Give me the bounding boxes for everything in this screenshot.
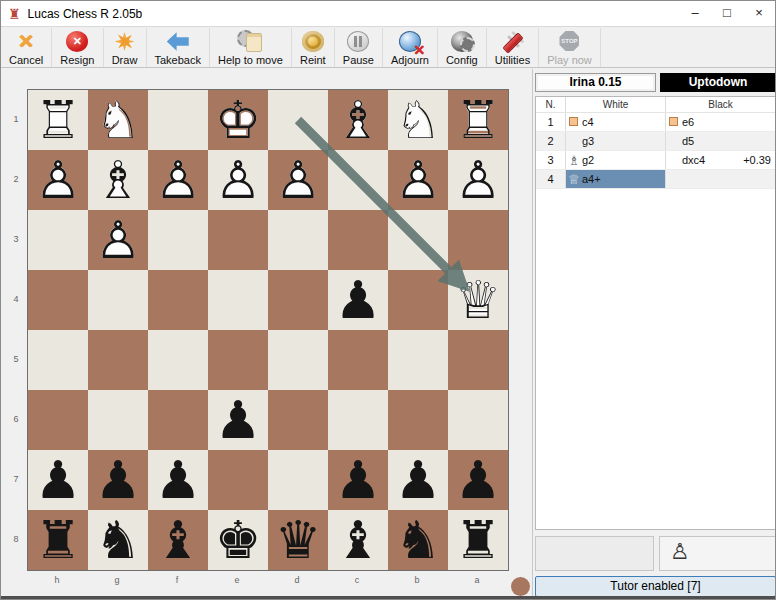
black-pawn-piece: ♟ [28, 450, 88, 510]
square-h8[interactable]: ♜ [28, 510, 88, 570]
square-f5[interactable] [148, 330, 208, 390]
square-h2[interactable]: ♟♙ [28, 150, 88, 210]
square-e8[interactable]: ♚ [208, 510, 268, 570]
square-h3[interactable] [28, 210, 88, 270]
move-cell-3-white[interactable]: ♗g2 [566, 151, 666, 169]
square-b5[interactable] [388, 330, 448, 390]
rank-label-1: 1 [8, 89, 24, 149]
square-h1[interactable]: ♜♖ [28, 90, 88, 150]
rank-label-5: 5 [8, 329, 24, 389]
square-a5[interactable] [448, 330, 508, 390]
square-d1[interactable] [268, 90, 328, 150]
config-button[interactable]: Config [438, 28, 487, 67]
square-e4[interactable] [208, 270, 268, 330]
black-bishop-piece: ♝ [148, 510, 208, 570]
window-title: Lucas Chess R 2.05b [28, 7, 143, 21]
white-pawn-piece: ♟ [208, 150, 268, 210]
toolbar: CancelResignDrawTakebackHelp to moveRein… [1, 28, 775, 68]
pause-icon [345, 29, 371, 54]
square-c2[interactable] [328, 150, 388, 210]
square-g7[interactable]: ♟ [88, 450, 148, 510]
move-row-4: 4♕a4+ [536, 170, 775, 189]
draw-button[interactable]: Draw [104, 28, 147, 67]
chess-board: ♜♖♞♘♚♔♝♗♞♘♜♖♟♙♝♗♟♙♟♙♟♙♟♙♟♙♟♙♟♛♕♟♟♟♟♟♟♟♜♞… [27, 89, 509, 571]
move-number: 4 [536, 170, 566, 188]
white-rook-piece: ♜ [448, 90, 508, 150]
playnow-button: Play now [539, 28, 601, 67]
square-b3[interactable] [388, 210, 448, 270]
file-label-d: d [267, 571, 327, 589]
white-pawn-outline: ♙ [448, 150, 508, 210]
white-pawn-piece: ♟ [268, 150, 328, 210]
white-knight-outline: ♘ [388, 90, 448, 150]
square-d7[interactable] [268, 450, 328, 510]
white-pawn-outline: ♙ [388, 150, 448, 210]
white-pawn-piece: ♟ [448, 150, 508, 210]
square-h4[interactable] [28, 270, 88, 330]
move-text: c4 [582, 116, 594, 128]
square-h5[interactable] [28, 330, 88, 390]
square-e3[interactable] [208, 210, 268, 270]
square-b4[interactable] [388, 270, 448, 330]
square-a1[interactable]: ♜♖ [448, 90, 508, 150]
white-pawn-piece: ♟ [388, 150, 448, 210]
side-indicator-box: ♙ [659, 536, 776, 571]
queen-figurine-icon: ♕ [568, 170, 580, 189]
white-queen-outline: ♕ [448, 270, 508, 330]
draw-icon [112, 29, 138, 54]
move-text: e6 [682, 116, 694, 128]
rank-label-8: 8 [8, 509, 24, 569]
white-pawn-outline: ♙ [148, 150, 208, 210]
move-row-3: 3♗g2dxc4+0.39 [536, 151, 775, 170]
square-c3[interactable] [328, 210, 388, 270]
move-cell-2-black[interactable]: d5 [666, 132, 775, 150]
white-rook-piece: ♜ [28, 90, 88, 150]
bishop-figurine-icon: ♗ [568, 151, 580, 170]
right-pane: Irina 0.15 Uptodown N. White Black 1c4e6… [532, 69, 776, 598]
eval-value: +0.39 [743, 151, 771, 170]
file-label-c: c [327, 571, 387, 589]
square-d8[interactable]: ♛ [268, 510, 328, 570]
window-controls: – □ × [679, 1, 775, 27]
board-pane: 12345678 ♜♖♞♘♚♔♝♗♞♘♜♖♟♙♝♗♟♙♟♙♟♙♟♙♟♙♟♙♟♛♕… [2, 69, 532, 598]
square-e2[interactable]: ♟♙ [208, 150, 268, 210]
move-text: dxc4 [682, 154, 705, 166]
move-number: 2 [536, 132, 566, 150]
move-cell-4-white[interactable]: ♕a4+ [566, 170, 666, 188]
square-c7[interactable]: ♟ [328, 450, 388, 510]
main-content: 12345678 ♜♖♞♘♚♔♝♗♞♘♜♖♟♙♝♗♟♙♟♙♟♙♟♙♟♙♟♙♟♛♕… [2, 69, 776, 598]
reint-button[interactable]: Reint [292, 28, 335, 67]
black-rook-piece: ♜ [448, 510, 508, 570]
square-f4[interactable] [148, 270, 208, 330]
square-g1[interactable]: ♞♘ [88, 90, 148, 150]
square-c6[interactable] [328, 390, 388, 450]
bottom-window-edge [1, 596, 775, 599]
file-label-f: f [147, 571, 207, 589]
white-king-outline: ♔ [208, 90, 268, 150]
white-pawn-piece: ♟ [88, 210, 148, 270]
square-a2[interactable]: ♟♙ [448, 150, 508, 210]
white-player-name: Irina 0.15 [535, 73, 656, 92]
move-text: a4+ [582, 173, 601, 185]
white-clock-box [535, 536, 654, 571]
square-f8[interactable]: ♝ [148, 510, 208, 570]
white-bishop-outline: ♗ [88, 150, 148, 210]
black-pawn-piece: ♟ [448, 450, 508, 510]
close-button[interactable]: × [743, 1, 775, 27]
moves-header-number: N. [536, 97, 566, 112]
move-text: g3 [582, 135, 594, 147]
black-knight-piece: ♞ [88, 510, 148, 570]
square-a6[interactable] [448, 390, 508, 450]
white-pawn-piece: ♟ [148, 150, 208, 210]
utilities-button[interactable]: Utilities [487, 28, 539, 67]
move-cell-3-black[interactable]: dxc4+0.39 [666, 151, 775, 169]
move-cell-1-white[interactable]: c4 [566, 113, 666, 131]
white-king-piece: ♚ [208, 90, 268, 150]
black-king-piece: ♚ [208, 510, 268, 570]
move-text: g2 [582, 154, 594, 166]
pause-button[interactable]: Pause [335, 28, 383, 67]
takeback-button[interactable]: Takeback [147, 28, 210, 67]
file-label-a: a [447, 571, 507, 589]
white-pawn-outline: ♙ [268, 150, 328, 210]
black-rook-piece: ♜ [28, 510, 88, 570]
square-c1[interactable]: ♝♗ [328, 90, 388, 150]
white-pawn-outline: ♙ [88, 210, 148, 270]
moves-table: N. White Black 1c4e62g3d53♗g2dxc4+0.394♕… [535, 96, 776, 530]
move-row-2: 2g3d5 [536, 132, 775, 151]
rank-label-7: 7 [8, 449, 24, 509]
lucas-chess-window: ♜ Lucas Chess R 2.05b – □ × CancelResign… [0, 0, 776, 600]
file-label-g: g [87, 571, 147, 589]
square-d4[interactable] [268, 270, 328, 330]
move-rows: 1c4e62g3d53♗g2dxc4+0.394♕a4+ [536, 113, 775, 189]
square-g4[interactable] [88, 270, 148, 330]
square-c8[interactable]: ♝ [328, 510, 388, 570]
black-pawn-piece: ♟ [388, 450, 448, 510]
square-h6[interactable] [28, 390, 88, 450]
resign-button[interactable]: Resign [52, 28, 103, 67]
takeback-icon [165, 29, 191, 54]
square-d6[interactable] [268, 390, 328, 450]
square-a3[interactable] [448, 210, 508, 270]
rank-label-6: 6 [8, 389, 24, 449]
config-icon [449, 29, 475, 54]
square-a8[interactable]: ♜ [448, 510, 508, 570]
white-rook-outline: ♖ [448, 90, 508, 150]
file-label-e: e [207, 571, 267, 589]
cancel-icon [13, 29, 39, 54]
square-b8[interactable]: ♞ [388, 510, 448, 570]
playnow-icon [556, 29, 582, 54]
square-g8[interactable]: ♞ [88, 510, 148, 570]
square-g5[interactable] [88, 330, 148, 390]
white-pawn-piece: ♟ [28, 150, 88, 210]
square-f2[interactable]: ♟♙ [148, 150, 208, 210]
tutor-enabled-button[interactable]: Tutor enabled [7] [535, 576, 776, 597]
square-g3[interactable]: ♟♙ [88, 210, 148, 270]
black-pawn-piece: ♟ [208, 390, 268, 450]
square-b2[interactable]: ♟♙ [388, 150, 448, 210]
black-pawn-piece: ♟ [328, 450, 388, 510]
rank-label-2: 2 [8, 149, 24, 209]
black-pawn-piece: ♟ [328, 270, 388, 330]
file-label-h: h [27, 571, 87, 589]
white-queen-piece: ♛ [448, 270, 508, 330]
file-label-b: b [387, 571, 447, 589]
black-pawn-piece: ♟ [148, 450, 208, 510]
white-knight-piece: ♞ [388, 90, 448, 150]
move-cell-4-black[interactable] [666, 170, 775, 188]
adjourn-icon [397, 29, 423, 54]
square-b1[interactable]: ♞♘ [388, 90, 448, 150]
square-e7[interactable] [208, 450, 268, 510]
square-e6[interactable]: ♟ [208, 390, 268, 450]
black-bishop-piece: ♝ [328, 510, 388, 570]
adjourn-button[interactable]: Adjourn [383, 28, 438, 67]
rank-label-4: 4 [8, 269, 24, 329]
titlebar: ♜ Lucas Chess R 2.05b – □ × [1, 1, 775, 27]
square-a7[interactable]: ♟ [448, 450, 508, 510]
square-a4[interactable]: ♛♕ [448, 270, 508, 330]
square-h7[interactable]: ♟ [28, 450, 88, 510]
helpmove-icon [237, 29, 263, 54]
moves-header-white: White [566, 97, 666, 112]
white-bishop-piece: ♝ [328, 90, 388, 150]
black-pawn-piece: ♟ [88, 450, 148, 510]
square-b6[interactable] [388, 390, 448, 450]
white-pawn-icon: ♙ [670, 539, 690, 564]
resign-icon [64, 29, 90, 54]
square-e5[interactable] [208, 330, 268, 390]
white-knight-outline: ♘ [88, 90, 148, 150]
square-d3[interactable] [268, 210, 328, 270]
square-g2[interactable]: ♝♗ [88, 150, 148, 210]
minimize-button[interactable]: – [679, 1, 711, 27]
moves-header: N. White Black [536, 97, 775, 113]
turn-indicator [511, 577, 530, 596]
square-f3[interactable] [148, 210, 208, 270]
reint-icon [300, 29, 326, 54]
book-icon [569, 117, 578, 126]
move-number: 1 [536, 113, 566, 131]
square-f6[interactable] [148, 390, 208, 450]
rank-label-3: 3 [8, 209, 24, 269]
maximize-button[interactable]: □ [711, 1, 743, 27]
white-knight-piece: ♞ [88, 90, 148, 150]
move-cell-2-white[interactable]: g3 [566, 132, 666, 150]
square-c4[interactable]: ♟ [328, 270, 388, 330]
move-row-1: 1c4e6 [536, 113, 775, 132]
white-pawn-outline: ♙ [208, 150, 268, 210]
move-cell-1-black[interactable]: e6 [666, 113, 775, 131]
square-d5[interactable] [268, 330, 328, 390]
cancel-button[interactable]: Cancel [1, 28, 52, 67]
square-b7[interactable]: ♟ [388, 450, 448, 510]
moves-header-black: Black [666, 97, 775, 112]
square-c5[interactable] [328, 330, 388, 390]
move-text: d5 [682, 135, 694, 147]
white-bishop-outline: ♗ [328, 90, 388, 150]
square-d2[interactable]: ♟♙ [268, 150, 328, 210]
utilities-icon [499, 29, 525, 54]
black-knight-piece: ♞ [388, 510, 448, 570]
white-rook-outline: ♖ [28, 90, 88, 150]
book-icon [669, 117, 678, 126]
move-number: 3 [536, 151, 566, 169]
white-bishop-piece: ♝ [88, 150, 148, 210]
white-pawn-outline: ♙ [28, 150, 88, 210]
black-queen-piece: ♛ [268, 510, 328, 570]
square-f7[interactable]: ♟ [148, 450, 208, 510]
black-player-name: Uptodown [660, 73, 776, 92]
square-e1[interactable]: ♚♔ [208, 90, 268, 150]
square-f1[interactable] [148, 90, 208, 150]
app-rook-icon: ♜ [8, 1, 21, 27]
helpmove-button[interactable]: Help to move [210, 28, 292, 67]
square-g6[interactable] [88, 390, 148, 450]
